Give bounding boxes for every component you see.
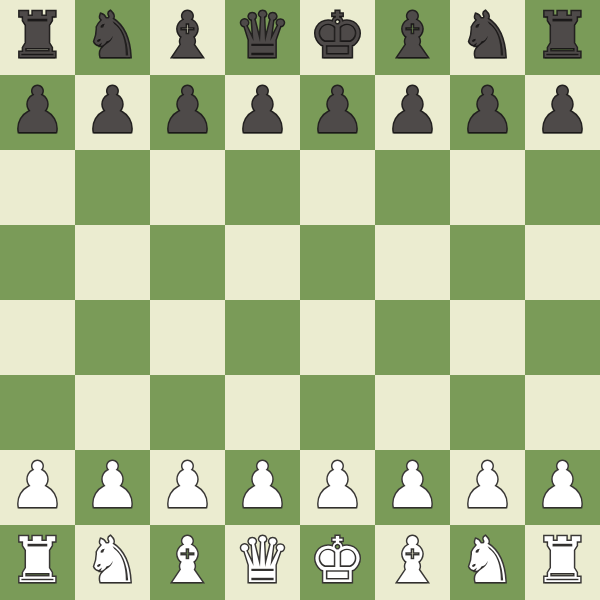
square-g2[interactable]: ♟ (450, 450, 525, 525)
white-knight: ♞ (459, 529, 515, 592)
white-rook: ♜ (534, 529, 590, 592)
white-pawn: ♟ (534, 454, 590, 517)
square-f5[interactable] (375, 225, 450, 300)
white-knight: ♞ (84, 529, 140, 592)
black-pawn: ♟ (534, 79, 590, 142)
black-pawn: ♟ (459, 79, 515, 142)
black-bishop: ♝ (384, 4, 440, 67)
square-h3[interactable] (525, 375, 600, 450)
square-g3[interactable] (450, 375, 525, 450)
square-a4[interactable] (0, 300, 75, 375)
white-rook: ♜ (9, 529, 65, 592)
white-pawn: ♟ (459, 454, 515, 517)
white-king: ♚ (309, 529, 365, 592)
square-h2[interactable]: ♟ (525, 450, 600, 525)
square-a5[interactable] (0, 225, 75, 300)
square-g5[interactable] (450, 225, 525, 300)
square-c7[interactable]: ♟ (150, 75, 225, 150)
square-f2[interactable]: ♟ (375, 450, 450, 525)
black-rook: ♜ (534, 4, 590, 67)
square-e8[interactable]: ♚ (300, 0, 375, 75)
square-b2[interactable]: ♟ (75, 450, 150, 525)
black-pawn: ♟ (84, 79, 140, 142)
square-c5[interactable] (150, 225, 225, 300)
square-h7[interactable]: ♟ (525, 75, 600, 150)
white-pawn: ♟ (159, 454, 215, 517)
square-b1[interactable]: ♞ (75, 525, 150, 600)
square-c4[interactable] (150, 300, 225, 375)
square-f8[interactable]: ♝ (375, 0, 450, 75)
square-b7[interactable]: ♟ (75, 75, 150, 150)
square-c1[interactable]: ♝ (150, 525, 225, 600)
black-pawn: ♟ (159, 79, 215, 142)
square-b3[interactable] (75, 375, 150, 450)
black-pawn: ♟ (309, 79, 365, 142)
square-h6[interactable] (525, 150, 600, 225)
square-c8[interactable]: ♝ (150, 0, 225, 75)
square-f3[interactable] (375, 375, 450, 450)
square-d4[interactable] (225, 300, 300, 375)
square-g8[interactable]: ♞ (450, 0, 525, 75)
white-queen: ♛ (234, 529, 290, 592)
square-f1[interactable]: ♝ (375, 525, 450, 600)
square-h8[interactable]: ♜ (525, 0, 600, 75)
white-bishop: ♝ (384, 529, 440, 592)
white-bishop: ♝ (159, 529, 215, 592)
black-pawn: ♟ (384, 79, 440, 142)
square-b8[interactable]: ♞ (75, 0, 150, 75)
square-d5[interactable] (225, 225, 300, 300)
square-a1[interactable]: ♜ (0, 525, 75, 600)
square-e5[interactable] (300, 225, 375, 300)
white-pawn: ♟ (9, 454, 65, 517)
square-e3[interactable] (300, 375, 375, 450)
white-pawn: ♟ (384, 454, 440, 517)
square-g7[interactable]: ♟ (450, 75, 525, 150)
square-h5[interactable] (525, 225, 600, 300)
square-a8[interactable]: ♜ (0, 0, 75, 75)
square-g1[interactable]: ♞ (450, 525, 525, 600)
square-g4[interactable] (450, 300, 525, 375)
square-e4[interactable] (300, 300, 375, 375)
black-queen: ♛ (234, 4, 290, 67)
square-h4[interactable] (525, 300, 600, 375)
square-c3[interactable] (150, 375, 225, 450)
white-pawn: ♟ (309, 454, 365, 517)
black-knight: ♞ (459, 4, 515, 67)
square-b5[interactable] (75, 225, 150, 300)
black-pawn: ♟ (9, 79, 65, 142)
square-d8[interactable]: ♛ (225, 0, 300, 75)
square-b6[interactable] (75, 150, 150, 225)
white-pawn: ♟ (84, 454, 140, 517)
square-a3[interactable] (0, 375, 75, 450)
black-bishop: ♝ (159, 4, 215, 67)
square-b4[interactable] (75, 300, 150, 375)
square-e7[interactable]: ♟ (300, 75, 375, 150)
square-g6[interactable] (450, 150, 525, 225)
square-d7[interactable]: ♟ (225, 75, 300, 150)
black-rook: ♜ (9, 4, 65, 67)
square-c6[interactable] (150, 150, 225, 225)
square-f4[interactable] (375, 300, 450, 375)
black-pawn: ♟ (234, 79, 290, 142)
square-d2[interactable]: ♟ (225, 450, 300, 525)
square-a7[interactable]: ♟ (0, 75, 75, 150)
square-d3[interactable] (225, 375, 300, 450)
square-f7[interactable]: ♟ (375, 75, 450, 150)
square-a6[interactable] (0, 150, 75, 225)
black-knight: ♞ (84, 4, 140, 67)
chess-board: ♜♞♝♛♚♝♞♜♟♟♟♟♟♟♟♟♟♟♟♟♟♟♟♟♜♞♝♛♚♝♞♜ (0, 0, 600, 600)
square-e2[interactable]: ♟ (300, 450, 375, 525)
square-d6[interactable] (225, 150, 300, 225)
square-c2[interactable]: ♟ (150, 450, 225, 525)
square-h1[interactable]: ♜ (525, 525, 600, 600)
white-pawn: ♟ (234, 454, 290, 517)
square-e6[interactable] (300, 150, 375, 225)
square-f6[interactable] (375, 150, 450, 225)
square-a2[interactable]: ♟ (0, 450, 75, 525)
black-king: ♚ (309, 4, 365, 67)
square-d1[interactable]: ♛ (225, 525, 300, 600)
square-e1[interactable]: ♚ (300, 525, 375, 600)
